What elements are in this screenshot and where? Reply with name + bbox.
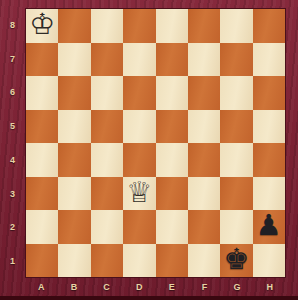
square-b5[interactable] [58, 110, 90, 144]
file-label-b: B [58, 278, 91, 296]
square-c5[interactable] [91, 110, 123, 144]
rank-label-2: 2 [0, 211, 25, 245]
square-h2[interactable]: ♟ [253, 210, 285, 244]
file-label-c: C [90, 278, 123, 296]
white-queen[interactable]: ♕ [126, 178, 152, 207]
square-b2[interactable] [58, 210, 90, 244]
file-label-e: E [156, 278, 189, 296]
rank-labels: 87654321 [0, 8, 25, 278]
file-label-a: A [25, 278, 58, 296]
square-g3[interactable] [220, 177, 252, 211]
square-h4[interactable] [253, 143, 285, 177]
square-f4[interactable] [188, 143, 220, 177]
square-c8[interactable] [91, 9, 123, 43]
black-pawn[interactable]: ♟ [256, 211, 282, 240]
rank-label-6: 6 [0, 76, 25, 110]
rank-label-7: 7 [0, 42, 25, 76]
square-h6[interactable] [253, 76, 285, 110]
square-f2[interactable] [188, 210, 220, 244]
board-frame: 87654321 ♔♕♟♚ ABCDEFGH [0, 0, 298, 300]
square-g8[interactable] [220, 9, 252, 43]
file-label-d: D [123, 278, 156, 296]
square-b7[interactable] [58, 43, 90, 77]
frame-bottom-edge [0, 296, 298, 300]
square-e3[interactable] [156, 177, 188, 211]
square-c4[interactable] [91, 143, 123, 177]
square-e7[interactable] [156, 43, 188, 77]
square-a3[interactable] [26, 177, 58, 211]
square-g7[interactable] [220, 43, 252, 77]
square-c2[interactable] [91, 210, 123, 244]
file-label-f: F [188, 278, 221, 296]
square-b4[interactable] [58, 143, 90, 177]
square-e6[interactable] [156, 76, 188, 110]
rank-label-1: 1 [0, 244, 25, 278]
square-f5[interactable] [188, 110, 220, 144]
rank-label-8: 8 [0, 8, 25, 42]
square-d2[interactable] [123, 210, 155, 244]
square-g2[interactable] [220, 210, 252, 244]
rank-label-4: 4 [0, 143, 25, 177]
rank-label-5: 5 [0, 109, 25, 143]
square-d5[interactable] [123, 110, 155, 144]
file-label-g: G [221, 278, 254, 296]
square-e5[interactable] [156, 110, 188, 144]
square-d8[interactable] [123, 9, 155, 43]
square-b3[interactable] [58, 177, 90, 211]
black-king[interactable]: ♚ [223, 245, 249, 274]
square-d6[interactable] [123, 76, 155, 110]
square-a6[interactable] [26, 76, 58, 110]
square-c1[interactable] [91, 244, 123, 278]
square-g4[interactable] [220, 143, 252, 177]
square-e4[interactable] [156, 143, 188, 177]
square-f1[interactable] [188, 244, 220, 278]
square-e1[interactable] [156, 244, 188, 278]
square-c3[interactable] [91, 177, 123, 211]
square-h3[interactable] [253, 177, 285, 211]
square-b6[interactable] [58, 76, 90, 110]
square-c6[interactable] [91, 76, 123, 110]
chess-board[interactable]: ♔♕♟♚ [25, 8, 286, 278]
square-a7[interactable] [26, 43, 58, 77]
square-a4[interactable] [26, 143, 58, 177]
square-a1[interactable] [26, 244, 58, 278]
square-h7[interactable] [253, 43, 285, 77]
square-d4[interactable] [123, 143, 155, 177]
square-f8[interactable] [188, 9, 220, 43]
square-e2[interactable] [156, 210, 188, 244]
square-g6[interactable] [220, 76, 252, 110]
square-f6[interactable] [188, 76, 220, 110]
square-a2[interactable] [26, 210, 58, 244]
square-h5[interactable] [253, 110, 285, 144]
square-f7[interactable] [188, 43, 220, 77]
file-labels: ABCDEFGH [25, 278, 286, 296]
square-d7[interactable] [123, 43, 155, 77]
square-c7[interactable] [91, 43, 123, 77]
square-a5[interactable] [26, 110, 58, 144]
rank-label-3: 3 [0, 177, 25, 211]
square-d3[interactable]: ♕ [123, 177, 155, 211]
square-h1[interactable] [253, 244, 285, 278]
square-f3[interactable] [188, 177, 220, 211]
square-g1[interactable]: ♚ [220, 244, 252, 278]
square-b1[interactable] [58, 244, 90, 278]
square-h8[interactable] [253, 9, 285, 43]
file-label-h: H [253, 278, 286, 296]
square-e8[interactable] [156, 9, 188, 43]
square-g5[interactable] [220, 110, 252, 144]
square-a8[interactable]: ♔ [26, 9, 58, 43]
square-b8[interactable] [58, 9, 90, 43]
white-king[interactable]: ♔ [29, 10, 55, 39]
square-d1[interactable] [123, 244, 155, 278]
